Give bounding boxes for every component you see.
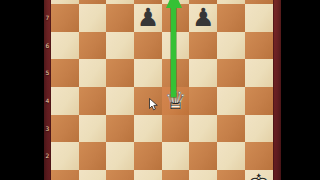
rank-label-2: 2 xyxy=(44,153,51,159)
rank-label-6: 6 xyxy=(44,43,51,49)
black-pawn-glyph: ♟ xyxy=(134,4,162,32)
square-c1[interactable] xyxy=(106,170,134,180)
white-king-outline-glyph: ♔ xyxy=(245,170,273,180)
square-h6[interactable] xyxy=(245,32,273,60)
white-king[interactable]: ♚♔ xyxy=(245,170,273,180)
square-g3[interactable] xyxy=(217,115,245,143)
square-a4[interactable] xyxy=(51,87,79,115)
square-f3[interactable] xyxy=(189,115,217,143)
square-f2[interactable] xyxy=(189,142,217,170)
square-d2[interactable] xyxy=(134,142,162,170)
move-arrow-shaft xyxy=(171,4,176,97)
square-f5[interactable] xyxy=(189,59,217,87)
square-a6[interactable] xyxy=(51,32,79,60)
square-c4[interactable] xyxy=(106,87,134,115)
square-d7[interactable]: ♟ xyxy=(134,4,162,32)
square-c2[interactable] xyxy=(106,142,134,170)
square-a7[interactable] xyxy=(51,4,79,32)
square-g1[interactable] xyxy=(217,170,245,180)
square-b2[interactable] xyxy=(79,142,107,170)
move-arrow-head xyxy=(166,0,182,8)
square-f4[interactable] xyxy=(189,87,217,115)
square-b7[interactable] xyxy=(79,4,107,32)
square-d3[interactable] xyxy=(134,115,162,143)
black-pawn[interactable]: ♟ xyxy=(189,4,217,32)
square-g6[interactable] xyxy=(217,32,245,60)
square-h1[interactable]: ♚♔ xyxy=(245,170,273,180)
rank-label-3: 3 xyxy=(44,126,51,132)
square-b3[interactable] xyxy=(79,115,107,143)
square-a5[interactable] xyxy=(51,59,79,87)
square-h4[interactable] xyxy=(245,87,273,115)
square-b1[interactable] xyxy=(79,170,107,180)
square-b5[interactable] xyxy=(79,59,107,87)
square-c3[interactable] xyxy=(106,115,134,143)
square-f6[interactable] xyxy=(189,32,217,60)
square-a2[interactable] xyxy=(51,142,79,170)
square-g5[interactable] xyxy=(217,59,245,87)
black-pawn[interactable]: ♟ xyxy=(134,4,162,32)
square-d1[interactable] xyxy=(134,170,162,180)
square-g2[interactable] xyxy=(217,142,245,170)
square-a3[interactable] xyxy=(51,115,79,143)
black-pawn-glyph: ♟ xyxy=(189,4,217,32)
square-h3[interactable] xyxy=(245,115,273,143)
chess-board[interactable]: ♜♚♟♟♛♕♚♔ xyxy=(51,0,273,180)
square-h7[interactable] xyxy=(245,4,273,32)
square-f1[interactable] xyxy=(189,170,217,180)
rank-label-4: 4 xyxy=(44,98,51,104)
square-d6[interactable] xyxy=(134,32,162,60)
square-h5[interactable] xyxy=(245,59,273,87)
square-h2[interactable] xyxy=(245,142,273,170)
square-a1[interactable] xyxy=(51,170,79,180)
square-d5[interactable] xyxy=(134,59,162,87)
square-e3[interactable] xyxy=(162,115,190,143)
rank-label-7: 7 xyxy=(44,15,51,21)
square-g7[interactable] xyxy=(217,4,245,32)
chess-app-window: ♜♚♟♟♛♕♚♔ 765432 xyxy=(0,0,320,180)
square-f7[interactable]: ♟ xyxy=(189,4,217,32)
square-b4[interactable] xyxy=(79,87,107,115)
square-c5[interactable] xyxy=(106,59,134,87)
square-c7[interactable] xyxy=(106,4,134,32)
square-g4[interactable] xyxy=(217,87,245,115)
square-c6[interactable] xyxy=(106,32,134,60)
square-e1[interactable] xyxy=(162,170,190,180)
rank-label-5: 5 xyxy=(44,70,51,76)
mouse-cursor-icon xyxy=(149,98,159,111)
square-e2[interactable] xyxy=(162,142,190,170)
square-b6[interactable] xyxy=(79,32,107,60)
